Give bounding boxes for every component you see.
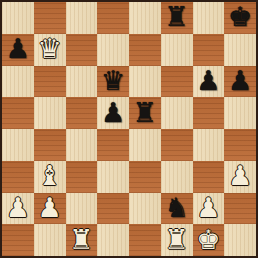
square-c8[interactable] <box>66 2 98 34</box>
square-b5[interactable] <box>34 97 66 129</box>
square-e8[interactable] <box>129 2 161 34</box>
piece-black-knight-f2[interactable]: ♞ <box>165 194 189 221</box>
chess-board: ♜♚♟♛♛♟♟♟♜♝♟♟♟♞♟♜♜♚ <box>2 2 256 256</box>
square-g2[interactable]: ♟ <box>193 193 225 225</box>
square-e5[interactable]: ♜ <box>129 97 161 129</box>
square-b2[interactable]: ♟ <box>34 193 66 225</box>
piece-white-queen-b7[interactable]: ♛ <box>38 35 62 62</box>
square-h6[interactable]: ♟ <box>224 66 256 98</box>
piece-white-king-g1[interactable]: ♚ <box>196 226 220 253</box>
square-a3[interactable] <box>2 161 34 193</box>
square-f4[interactable] <box>161 129 193 161</box>
square-f2[interactable]: ♞ <box>161 193 193 225</box>
square-d4[interactable] <box>97 129 129 161</box>
square-h3[interactable]: ♟ <box>224 161 256 193</box>
square-d2[interactable] <box>97 193 129 225</box>
square-d6[interactable]: ♛ <box>97 66 129 98</box>
square-h1[interactable] <box>224 224 256 256</box>
piece-black-rook-e5[interactable]: ♜ <box>133 99 157 126</box>
square-a4[interactable] <box>2 129 34 161</box>
piece-black-pawn-d5[interactable]: ♟ <box>101 99 125 126</box>
square-g6[interactable]: ♟ <box>193 66 225 98</box>
square-b8[interactable] <box>34 2 66 34</box>
square-f7[interactable] <box>161 34 193 66</box>
square-e2[interactable] <box>129 193 161 225</box>
square-b6[interactable] <box>34 66 66 98</box>
square-b4[interactable] <box>34 129 66 161</box>
piece-black-queen-d6[interactable]: ♛ <box>101 67 125 94</box>
square-h7[interactable] <box>224 34 256 66</box>
square-c6[interactable] <box>66 66 98 98</box>
square-g4[interactable] <box>193 129 225 161</box>
square-g5[interactable] <box>193 97 225 129</box>
square-c2[interactable] <box>66 193 98 225</box>
piece-white-pawn-h3[interactable]: ♟ <box>228 162 252 189</box>
square-a7[interactable]: ♟ <box>2 34 34 66</box>
square-d5[interactable]: ♟ <box>97 97 129 129</box>
piece-white-rook-c1[interactable]: ♜ <box>69 226 93 253</box>
piece-white-bishop-b3[interactable]: ♝ <box>38 162 62 189</box>
piece-black-rook-f8[interactable]: ♜ <box>165 3 189 30</box>
square-d3[interactable] <box>97 161 129 193</box>
square-b3[interactable]: ♝ <box>34 161 66 193</box>
square-a6[interactable] <box>2 66 34 98</box>
square-a1[interactable] <box>2 224 34 256</box>
square-e6[interactable] <box>129 66 161 98</box>
square-a5[interactable] <box>2 97 34 129</box>
square-e7[interactable] <box>129 34 161 66</box>
piece-white-pawn-a2[interactable]: ♟ <box>6 194 30 221</box>
piece-black-pawn-g6[interactable]: ♟ <box>196 67 220 94</box>
square-e4[interactable] <box>129 129 161 161</box>
square-h8[interactable]: ♚ <box>224 2 256 34</box>
square-f8[interactable]: ♜ <box>161 2 193 34</box>
piece-black-pawn-h6[interactable]: ♟ <box>228 67 252 94</box>
square-h2[interactable] <box>224 193 256 225</box>
square-h4[interactable] <box>224 129 256 161</box>
piece-white-rook-f1[interactable]: ♜ <box>165 226 189 253</box>
square-e1[interactable] <box>129 224 161 256</box>
piece-white-pawn-b2[interactable]: ♟ <box>38 194 62 221</box>
square-e3[interactable] <box>129 161 161 193</box>
square-c4[interactable] <box>66 129 98 161</box>
square-f1[interactable]: ♜ <box>161 224 193 256</box>
piece-black-king-h8[interactable]: ♚ <box>228 3 252 30</box>
square-h5[interactable] <box>224 97 256 129</box>
square-c3[interactable] <box>66 161 98 193</box>
square-g7[interactable] <box>193 34 225 66</box>
piece-white-pawn-g2[interactable]: ♟ <box>196 194 220 221</box>
square-g3[interactable] <box>193 161 225 193</box>
square-g8[interactable] <box>193 2 225 34</box>
square-a8[interactable] <box>2 2 34 34</box>
piece-black-pawn-a7[interactable]: ♟ <box>6 35 30 62</box>
square-f3[interactable] <box>161 161 193 193</box>
square-b7[interactable]: ♛ <box>34 34 66 66</box>
square-g1[interactable]: ♚ <box>193 224 225 256</box>
square-f6[interactable] <box>161 66 193 98</box>
square-d8[interactable] <box>97 2 129 34</box>
square-a2[interactable]: ♟ <box>2 193 34 225</box>
square-c1[interactable]: ♜ <box>66 224 98 256</box>
square-b1[interactable] <box>34 224 66 256</box>
square-f5[interactable] <box>161 97 193 129</box>
square-d7[interactable] <box>97 34 129 66</box>
square-c5[interactable] <box>66 97 98 129</box>
square-c7[interactable] <box>66 34 98 66</box>
square-d1[interactable] <box>97 224 129 256</box>
chess-board-frame: ♜♚♟♛♛♟♟♟♜♝♟♟♟♞♟♜♜♚ <box>0 0 258 258</box>
